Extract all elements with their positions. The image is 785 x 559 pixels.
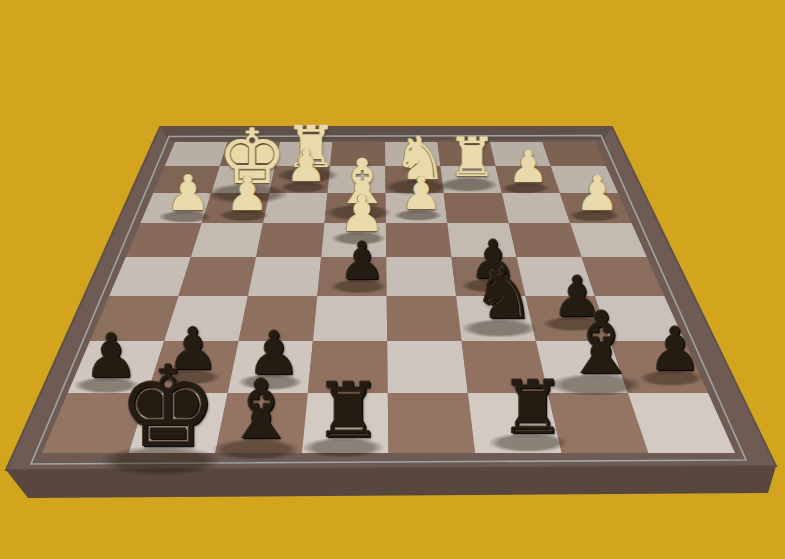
square-a1[interactable] <box>543 142 606 166</box>
square-d6[interactable] <box>387 296 462 341</box>
square-f5[interactable] <box>248 257 321 296</box>
square-b3[interactable] <box>502 193 570 223</box>
piece-black-knight-c6[interactable]: ♞ <box>473 259 536 329</box>
square-d7[interactable] <box>387 341 468 393</box>
piece-white-pawn-b2[interactable]: ♟ <box>508 145 547 189</box>
square-g4[interactable] <box>191 223 263 257</box>
square-g5[interactable] <box>179 257 257 296</box>
square-b4[interactable] <box>509 223 582 257</box>
piece-black-bishop-b7[interactable]: ♝ <box>562 300 639 386</box>
piece-black-pawn-a7[interactable]: ♟ <box>648 319 702 379</box>
square-d4[interactable] <box>386 223 452 257</box>
square-c3[interactable] <box>444 193 509 223</box>
piece-black-king-g8[interactable]: ♚ <box>118 351 218 463</box>
piece-white-pawn-a3[interactable]: ♟ <box>575 169 618 217</box>
chess-app-scene: ♜♜♞♟♟♚♝♟♟♟♟♟♟♟♟♞♟♟♝♟♟♜♜♝♚ <box>0 0 785 559</box>
square-e6[interactable] <box>313 296 387 341</box>
square-d8[interactable] <box>388 393 475 453</box>
piece-white-rook-c1[interactable]: ♜ <box>448 131 496 185</box>
piece-black-rook-e8[interactable]: ♜ <box>314 373 382 449</box>
piece-black-pawn-e5[interactable]: ♟ <box>339 235 386 287</box>
piece-white-pawn-f2[interactable]: ♟ <box>286 144 325 188</box>
square-d5[interactable] <box>386 257 456 296</box>
piece-black-bishop-f8[interactable]: ♝ <box>224 369 298 451</box>
piece-white-pawn-g3[interactable]: ♟ <box>226 170 268 217</box>
piece-white-pawn-h3[interactable]: ♟ <box>166 169 210 218</box>
piece-black-rook-c8[interactable]: ♜ <box>500 370 566 444</box>
square-f4[interactable] <box>256 223 324 257</box>
piece-white-pawn-d3[interactable]: ♟ <box>401 171 441 216</box>
